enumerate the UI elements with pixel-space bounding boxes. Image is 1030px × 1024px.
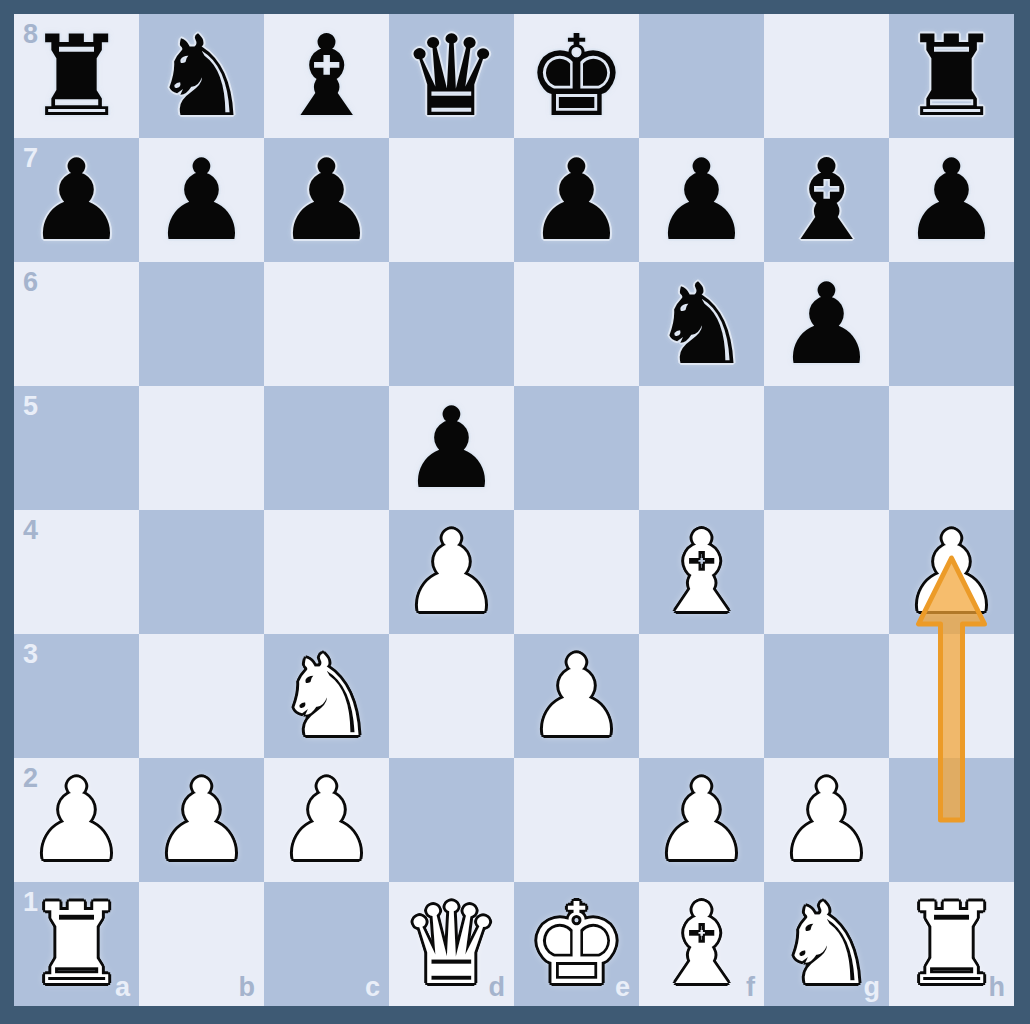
white-pawn[interactable]: ♟: [514, 634, 639, 758]
square-g8[interactable]: [764, 14, 889, 138]
white-queen[interactable]: ♛: [389, 882, 514, 1006]
file-label-c: c: [365, 974, 380, 1001]
black-bishop[interactable]: ♝: [264, 14, 389, 138]
square-g5[interactable]: [764, 386, 889, 510]
square-a2[interactable]: ♟2: [14, 758, 139, 882]
square-a7[interactable]: ♟7: [14, 138, 139, 262]
square-a6[interactable]: 6: [14, 262, 139, 386]
square-a8[interactable]: ♜8: [14, 14, 139, 138]
square-g6[interactable]: ♟: [764, 262, 889, 386]
square-b1[interactable]: b: [139, 882, 264, 1006]
square-d7[interactable]: [389, 138, 514, 262]
black-pawn[interactable]: ♟: [764, 262, 889, 386]
square-f7[interactable]: ♟: [639, 138, 764, 262]
square-e6[interactable]: [514, 262, 639, 386]
square-f6[interactable]: ♞: [639, 262, 764, 386]
white-rook[interactable]: ♜: [889, 882, 1014, 1006]
square-c5[interactable]: [264, 386, 389, 510]
square-h4[interactable]: ♟: [889, 510, 1014, 634]
square-b2[interactable]: ♟: [139, 758, 264, 882]
square-a4[interactable]: 4: [14, 510, 139, 634]
square-c6[interactable]: [264, 262, 389, 386]
black-king[interactable]: ♚: [514, 14, 639, 138]
white-pawn[interactable]: ♟: [639, 758, 764, 882]
square-c8[interactable]: ♝: [264, 14, 389, 138]
square-d1[interactable]: ♛d: [389, 882, 514, 1006]
black-pawn[interactable]: ♟: [889, 138, 1014, 262]
square-h8[interactable]: ♜: [889, 14, 1014, 138]
white-pawn[interactable]: ♟: [764, 758, 889, 882]
black-knight[interactable]: ♞: [639, 262, 764, 386]
square-d3[interactable]: [389, 634, 514, 758]
square-d4[interactable]: ♟: [389, 510, 514, 634]
square-b3[interactable]: [139, 634, 264, 758]
black-pawn[interactable]: ♟: [264, 138, 389, 262]
black-pawn[interactable]: ♟: [389, 386, 514, 510]
rank-label-3: 3: [23, 641, 38, 668]
black-rook[interactable]: ♜: [889, 14, 1014, 138]
square-d8[interactable]: ♛: [389, 14, 514, 138]
square-h1[interactable]: ♜h: [889, 882, 1014, 1006]
black-knight[interactable]: ♞: [139, 14, 264, 138]
square-h6[interactable]: [889, 262, 1014, 386]
square-f3[interactable]: [639, 634, 764, 758]
square-e7[interactable]: ♟: [514, 138, 639, 262]
square-g4[interactable]: [764, 510, 889, 634]
white-knight[interactable]: ♞: [764, 882, 889, 1006]
square-b6[interactable]: [139, 262, 264, 386]
rank-label-4: 4: [23, 517, 38, 544]
white-pawn[interactable]: ♟: [889, 510, 1014, 634]
square-e1[interactable]: ♚e: [514, 882, 639, 1006]
square-b8[interactable]: ♞: [139, 14, 264, 138]
chess-board: ♜8♞♝♛♚♜♟7♟♟♟♟♝♟6♞♟5♟4♟♝♟3♞♟♟2♟♟♟♟♜1abc♛d…: [14, 14, 1014, 1006]
white-pawn[interactable]: ♟: [139, 758, 264, 882]
square-d5[interactable]: ♟: [389, 386, 514, 510]
white-pawn[interactable]: ♟: [389, 510, 514, 634]
square-e4[interactable]: [514, 510, 639, 634]
square-f2[interactable]: ♟: [639, 758, 764, 882]
square-e3[interactable]: ♟: [514, 634, 639, 758]
square-e5[interactable]: [514, 386, 639, 510]
square-b4[interactable]: [139, 510, 264, 634]
square-h3[interactable]: [889, 634, 1014, 758]
square-g3[interactable]: [764, 634, 889, 758]
white-rook[interactable]: ♜: [14, 882, 139, 1006]
file-label-b: b: [239, 974, 256, 1001]
square-g2[interactable]: ♟: [764, 758, 889, 882]
square-c3[interactable]: ♞: [264, 634, 389, 758]
square-g7[interactable]: ♝: [764, 138, 889, 262]
square-g1[interactable]: ♞g: [764, 882, 889, 1006]
square-d2[interactable]: [389, 758, 514, 882]
square-c4[interactable]: [264, 510, 389, 634]
white-pawn[interactable]: ♟: [264, 758, 389, 882]
square-b7[interactable]: ♟: [139, 138, 264, 262]
square-f4[interactable]: ♝: [639, 510, 764, 634]
black-pawn[interactable]: ♟: [514, 138, 639, 262]
black-pawn[interactable]: ♟: [14, 138, 139, 262]
white-bishop[interactable]: ♝: [639, 510, 764, 634]
black-queen[interactable]: ♛: [389, 14, 514, 138]
white-pawn[interactable]: ♟: [14, 758, 139, 882]
square-e2[interactable]: [514, 758, 639, 882]
square-h7[interactable]: ♟: [889, 138, 1014, 262]
rank-label-5: 5: [23, 393, 38, 420]
square-h5[interactable]: [889, 386, 1014, 510]
square-h2[interactable]: [889, 758, 1014, 882]
rank-label-6: 6: [23, 269, 38, 296]
white-knight[interactable]: ♞: [264, 634, 389, 758]
square-a3[interactable]: 3: [14, 634, 139, 758]
black-rook[interactable]: ♜: [14, 14, 139, 138]
square-c1[interactable]: c: [264, 882, 389, 1006]
square-f8[interactable]: [639, 14, 764, 138]
white-king[interactable]: ♚: [514, 882, 639, 1006]
square-f5[interactable]: [639, 386, 764, 510]
square-a5[interactable]: 5: [14, 386, 139, 510]
square-d6[interactable]: [389, 262, 514, 386]
square-a1[interactable]: ♜1a: [14, 882, 139, 1006]
square-e8[interactable]: ♚: [514, 14, 639, 138]
square-f1[interactable]: ♝f: [639, 882, 764, 1006]
black-pawn[interactable]: ♟: [639, 138, 764, 262]
square-b5[interactable]: [139, 386, 264, 510]
square-c7[interactable]: ♟: [264, 138, 389, 262]
black-pawn[interactable]: ♟: [139, 138, 264, 262]
black-bishop[interactable]: ♝: [764, 138, 889, 262]
white-bishop[interactable]: ♝: [639, 882, 764, 1006]
square-c2[interactable]: ♟: [264, 758, 389, 882]
